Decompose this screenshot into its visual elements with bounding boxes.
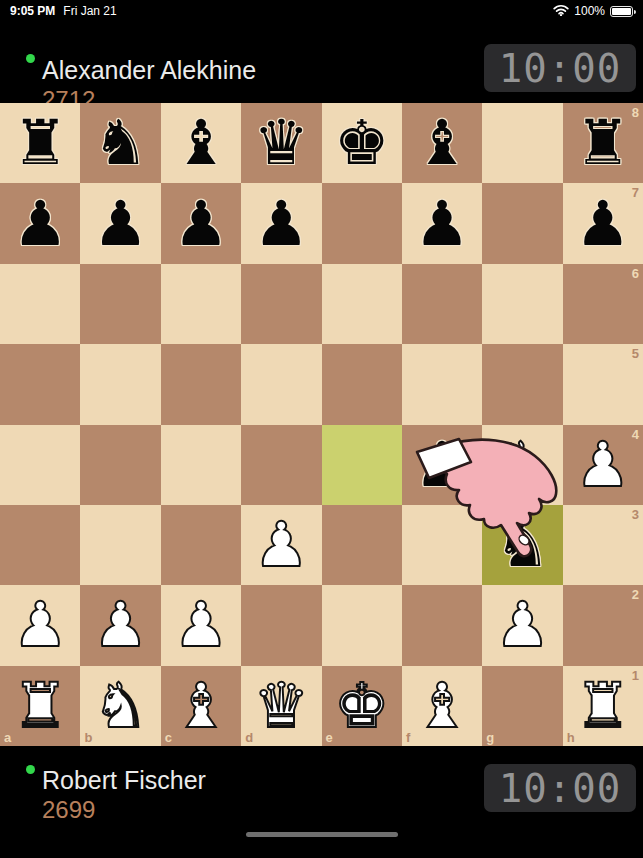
battery-percent: 100% (574, 4, 605, 18)
piece-black-knight[interactable]: ♞ (93, 112, 149, 174)
square-c4[interactable] (161, 425, 241, 505)
square-h2[interactable]: 2 (563, 585, 643, 665)
rank-label-4: 4 (632, 428, 639, 441)
player-card-bottom: Robert Fischer 2699 10:00 (0, 746, 643, 858)
piece-white-pawn[interactable]: ♟ (495, 594, 551, 656)
rank-label-5: 5 (632, 347, 639, 360)
square-e1[interactable]: ♚e (322, 666, 402, 746)
square-c8[interactable]: ♝ (161, 103, 241, 183)
online-status-dot (26, 765, 35, 774)
square-e2[interactable] (322, 585, 402, 665)
square-f7[interactable]: ♟ (402, 183, 482, 263)
square-e8[interactable]: ♚ (322, 103, 402, 183)
square-h3[interactable]: 3 (563, 505, 643, 585)
square-d4[interactable] (241, 425, 321, 505)
square-g1[interactable]: g (482, 666, 562, 746)
status-time: 9:05 PM (10, 4, 55, 18)
square-c3[interactable] (161, 505, 241, 585)
square-c2[interactable]: ♟ (161, 585, 241, 665)
square-f4[interactable]: ♟ (402, 425, 482, 505)
piece-white-pawn[interactable]: ♟ (173, 594, 229, 656)
piece-black-pawn[interactable]: ♟ (173, 193, 229, 255)
piece-white-queen[interactable]: ♛ (254, 675, 310, 737)
square-a7[interactable]: ♟ (0, 183, 80, 263)
file-label-f: f (406, 731, 410, 744)
square-b5[interactable] (80, 344, 160, 424)
square-e4[interactable] (322, 425, 402, 505)
square-a1[interactable]: ♜a (0, 666, 80, 746)
square-h8[interactable]: ♜8 (563, 103, 643, 183)
square-g2[interactable]: ♟ (482, 585, 562, 665)
square-f6[interactable] (402, 264, 482, 344)
square-a8[interactable]: ♜ (0, 103, 80, 183)
file-label-h: h (567, 731, 575, 744)
square-a5[interactable] (0, 344, 80, 424)
file-label-d: d (245, 731, 253, 744)
home-indicator[interactable] (246, 832, 398, 837)
square-c7[interactable]: ♟ (161, 183, 241, 263)
square-d6[interactable] (241, 264, 321, 344)
square-h7[interactable]: ♟7 (563, 183, 643, 263)
piece-black-pawn[interactable]: ♟ (254, 193, 310, 255)
player-card-top: Alexander Alekhine 2712 10:00 (0, 22, 643, 103)
square-f3[interactable] (402, 505, 482, 585)
piece-black-rook[interactable]: ♜ (12, 112, 68, 174)
piece-white-pawn[interactable]: ♟ (12, 594, 68, 656)
piece-white-pawn[interactable]: ♟ (254, 514, 310, 576)
piece-black-bishop[interactable]: ♝ (414, 112, 470, 174)
rank-label-7: 7 (632, 186, 639, 199)
piece-white-king[interactable]: ♚ (334, 675, 390, 737)
square-e6[interactable] (322, 264, 402, 344)
piece-white-rook[interactable]: ♜ (12, 675, 68, 737)
file-label-e: e (326, 731, 333, 744)
square-c6[interactable] (161, 264, 241, 344)
square-h1[interactable]: ♜1h (563, 666, 643, 746)
square-h5[interactable]: 5 (563, 344, 643, 424)
square-d8[interactable]: ♛ (241, 103, 321, 183)
square-f1[interactable]: ♝f (402, 666, 482, 746)
file-label-c: c (165, 731, 172, 744)
file-label-b: b (84, 731, 92, 744)
square-g4[interactable]: ♞ (482, 425, 562, 505)
piece-white-knight[interactable]: ♞ (93, 675, 149, 737)
rank-label-2: 2 (632, 588, 639, 601)
player-name-top: Alexander Alekhine (42, 56, 256, 85)
chess-board: ♜♞♝♛♚♝♜8♟♟♟♟♟♟765♟♞♟4♟♞3♟♟♟♟2♜a♞b♝c♛d♚e♝… (0, 103, 643, 746)
piece-black-pawn[interactable]: ♟ (575, 193, 631, 255)
wifi-icon (553, 4, 569, 19)
file-label-g: g (486, 731, 494, 744)
piece-black-king[interactable]: ♚ (334, 112, 390, 174)
square-d2[interactable] (241, 585, 321, 665)
square-c1[interactable]: ♝c (161, 666, 241, 746)
piece-white-pawn[interactable]: ♟ (93, 594, 149, 656)
status-date: Fri Jan 21 (63, 4, 116, 18)
square-b1[interactable]: ♞b (80, 666, 160, 746)
piece-white-bishop[interactable]: ♝ (173, 675, 229, 737)
square-g6[interactable] (482, 264, 562, 344)
piece-white-pawn[interactable]: ♟ (575, 434, 631, 496)
piece-black-pawn[interactable]: ♟ (414, 434, 470, 496)
square-g8[interactable] (482, 103, 562, 183)
square-a4[interactable] (0, 425, 80, 505)
file-label-a: a (4, 731, 11, 744)
online-status-dot (26, 54, 35, 63)
square-a2[interactable]: ♟ (0, 585, 80, 665)
square-d3[interactable]: ♟ (241, 505, 321, 585)
rank-label-1: 1 (632, 669, 639, 682)
square-d7[interactable]: ♟ (241, 183, 321, 263)
piece-black-pawn[interactable]: ♟ (93, 193, 149, 255)
square-g7[interactable] (482, 183, 562, 263)
square-b4[interactable] (80, 425, 160, 505)
piece-black-pawn[interactable]: ♟ (12, 193, 68, 255)
piece-black-rook[interactable]: ♜ (575, 112, 631, 174)
square-d5[interactable] (241, 344, 321, 424)
piece-white-bishop[interactable]: ♝ (414, 675, 470, 737)
battery-icon (610, 6, 633, 17)
rank-label-8: 8 (632, 106, 639, 119)
square-a3[interactable] (0, 505, 80, 585)
square-b6[interactable] (80, 264, 160, 344)
piece-black-queen[interactable]: ♛ (254, 112, 310, 174)
square-b3[interactable] (80, 505, 160, 585)
rank-label-3: 3 (632, 508, 639, 521)
clock-bottom: 10:00 (484, 764, 636, 812)
piece-white-knight[interactable]: ♞ (495, 434, 551, 496)
square-f5[interactable] (402, 344, 482, 424)
player-rating-bottom: 2699 (42, 796, 95, 824)
square-b7[interactable]: ♟ (80, 183, 160, 263)
piece-black-bishop[interactable]: ♝ (173, 112, 229, 174)
status-bar: 9:05 PM Fri Jan 21 100% (0, 0, 643, 22)
square-e5[interactable] (322, 344, 402, 424)
square-a6[interactable] (0, 264, 80, 344)
piece-black-pawn[interactable]: ♟ (414, 193, 470, 255)
square-c5[interactable] (161, 344, 241, 424)
square-h4[interactable]: ♟4 (563, 425, 643, 505)
square-e7[interactable] (322, 183, 402, 263)
piece-black-knight[interactable]: ♞ (495, 514, 551, 576)
square-b8[interactable]: ♞ (80, 103, 160, 183)
player-name-bottom: Robert Fischer (42, 766, 206, 795)
square-f8[interactable]: ♝ (402, 103, 482, 183)
square-f2[interactable] (402, 585, 482, 665)
rank-label-6: 6 (632, 267, 639, 280)
square-h6[interactable]: 6 (563, 264, 643, 344)
square-d1[interactable]: ♛d (241, 666, 321, 746)
square-g3[interactable]: ♞ (482, 505, 562, 585)
chess-app-screen: { "game": "chess", "position": "rnbqkb1r… (0, 0, 643, 858)
square-g5[interactable] (482, 344, 562, 424)
square-e3[interactable] (322, 505, 402, 585)
piece-white-rook[interactable]: ♜ (575, 675, 631, 737)
square-b2[interactable]: ♟ (80, 585, 160, 665)
clock-top: 10:00 (484, 44, 636, 92)
